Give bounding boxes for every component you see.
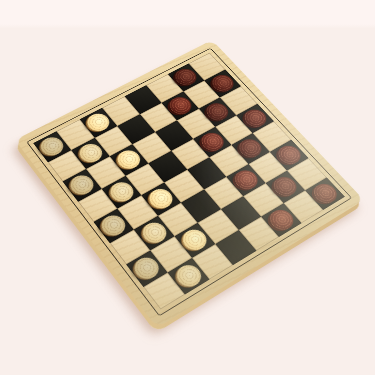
board-grid: [33, 53, 345, 310]
photo-background: [0, 0, 375, 375]
checkers-board: [15, 40, 364, 328]
